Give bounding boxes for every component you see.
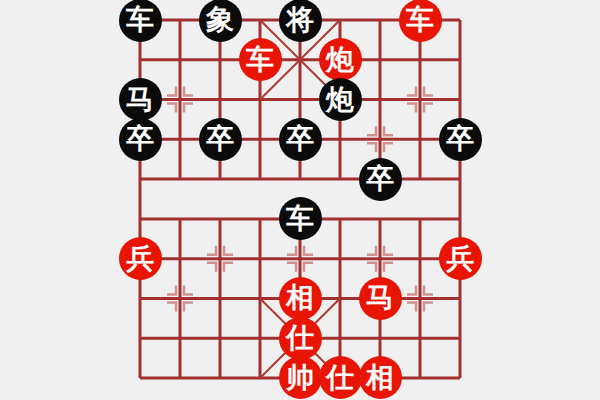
intersection-4-4[interactable] [280, 159, 320, 199]
intersection-1-7[interactable] [160, 278, 200, 318]
piece-black-horse[interactable]: 马 [119, 78, 162, 121]
piece-black-cannon[interactable]: 炮 [319, 78, 362, 121]
intersection-0-7[interactable] [120, 278, 160, 318]
intersection-5-8[interactable] [320, 318, 360, 358]
intersection-7-6[interactable] [400, 239, 440, 279]
intersection-3-9[interactable] [240, 358, 280, 398]
intersection-6-1[interactable] [360, 40, 400, 80]
piece-black-general[interactable]: 将 [279, 0, 322, 42]
intersection-7-5[interactable] [400, 199, 440, 239]
piece-red-soldier[interactable]: 兵 [119, 237, 162, 280]
intersection-8-0[interactable] [440, 0, 480, 40]
intersection-4-9[interactable]: 帅 [280, 358, 320, 398]
intersection-0-4[interactable] [120, 159, 160, 199]
piece-red-elephant[interactable]: 相 [359, 356, 402, 399]
intersection-2-9[interactable] [200, 358, 240, 398]
intersection-7-0[interactable]: 车 [400, 0, 440, 40]
intersection-8-1[interactable] [440, 40, 480, 80]
intersection-2-1[interactable] [200, 40, 240, 80]
intersection-8-5[interactable] [440, 199, 480, 239]
intersection-5-9[interactable]: 仕 [320, 358, 360, 398]
piece-red-soldier[interactable]: 兵 [439, 237, 482, 280]
intersection-0-3[interactable]: 卒 [120, 119, 160, 159]
piece-black-soldier[interactable]: 卒 [359, 158, 402, 201]
intersection-7-8[interactable] [400, 318, 440, 358]
piece-red-horse[interactable]: 马 [359, 277, 402, 320]
intersection-3-5[interactable] [240, 199, 280, 239]
intersection-3-2[interactable] [240, 80, 280, 120]
piece-red-chariot[interactable]: 车 [239, 38, 282, 81]
intersection-8-8[interactable] [440, 318, 480, 358]
intersection-2-6[interactable] [200, 239, 240, 279]
intersection-2-3[interactable]: 卒 [200, 119, 240, 159]
intersection-6-4[interactable]: 卒 [360, 159, 400, 199]
intersection-4-1[interactable] [280, 40, 320, 80]
intersection-1-5[interactable] [160, 199, 200, 239]
intersection-4-7[interactable]: 相 [280, 278, 320, 318]
piece-red-advisor[interactable]: 仕 [279, 317, 322, 360]
intersection-3-7[interactable] [240, 278, 280, 318]
intersection-3-1[interactable]: 车 [240, 40, 280, 80]
intersection-5-2[interactable]: 炮 [320, 80, 360, 120]
piece-red-elephant[interactable]: 相 [279, 277, 322, 320]
pieces-layer: 车象将车车炮马炮卒卒卒卒卒车兵兵相马仕帅仕相 [120, 0, 480, 398]
intersection-1-8[interactable] [160, 318, 200, 358]
intersection-2-5[interactable] [200, 199, 240, 239]
intersection-8-9[interactable] [440, 358, 480, 398]
intersection-7-7[interactable] [400, 278, 440, 318]
piece-black-soldier[interactable]: 卒 [439, 118, 482, 161]
piece-red-chariot[interactable]: 车 [399, 0, 442, 42]
intersection-1-4[interactable] [160, 159, 200, 199]
intersection-6-9[interactable]: 相 [360, 358, 400, 398]
intersection-3-6[interactable] [240, 239, 280, 279]
intersection-4-6[interactable] [280, 239, 320, 279]
intersection-8-3[interactable]: 卒 [440, 119, 480, 159]
piece-black-elephant[interactable]: 象 [199, 0, 242, 42]
intersection-7-3[interactable] [400, 119, 440, 159]
piece-black-soldier[interactable]: 卒 [279, 118, 322, 161]
intersection-8-7[interactable] [440, 278, 480, 318]
intersection-0-1[interactable] [120, 40, 160, 80]
intersection-0-2[interactable]: 马 [120, 80, 160, 120]
intersection-0-5[interactable] [120, 199, 160, 239]
intersection-4-8[interactable]: 仕 [280, 318, 320, 358]
xiangqi-board: 车象将车车炮马炮卒卒卒卒卒车兵兵相马仕帅仕相 [0, 0, 600, 400]
intersection-5-7[interactable] [320, 278, 360, 318]
intersection-1-2[interactable] [160, 80, 200, 120]
intersection-0-0[interactable]: 车 [120, 0, 160, 40]
piece-black-soldier[interactable]: 卒 [199, 118, 242, 161]
intersection-5-0[interactable] [320, 0, 360, 40]
piece-red-advisor[interactable]: 仕 [319, 356, 362, 399]
piece-red-general[interactable]: 帅 [279, 356, 322, 399]
intersection-4-3[interactable]: 卒 [280, 119, 320, 159]
intersection-6-7[interactable]: 马 [360, 278, 400, 318]
intersection-5-3[interactable] [320, 119, 360, 159]
intersection-2-4[interactable] [200, 159, 240, 199]
intersection-0-8[interactable] [120, 318, 160, 358]
intersection-7-1[interactable] [400, 40, 440, 80]
intersection-6-6[interactable] [360, 239, 400, 279]
intersection-0-9[interactable] [120, 358, 160, 398]
piece-red-cannon[interactable]: 炮 [319, 38, 362, 81]
intersection-6-8[interactable] [360, 318, 400, 358]
intersection-3-3[interactable] [240, 119, 280, 159]
intersection-5-6[interactable] [320, 239, 360, 279]
intersection-7-4[interactable] [400, 159, 440, 199]
intersection-5-5[interactable] [320, 199, 360, 239]
intersection-2-0[interactable]: 象 [200, 0, 240, 40]
intersection-3-0[interactable] [240, 0, 280, 40]
piece-black-soldier[interactable]: 卒 [119, 118, 162, 161]
intersection-1-9[interactable] [160, 358, 200, 398]
intersection-7-9[interactable] [400, 358, 440, 398]
intersection-3-4[interactable] [240, 159, 280, 199]
intersection-4-2[interactable] [280, 80, 320, 120]
intersection-8-4[interactable] [440, 159, 480, 199]
piece-black-chariot[interactable]: 车 [119, 0, 162, 42]
intersection-2-8[interactable] [200, 318, 240, 358]
intersection-1-3[interactable] [160, 119, 200, 159]
intersection-0-6[interactable]: 兵 [120, 239, 160, 279]
intersection-1-0[interactable] [160, 0, 200, 40]
intersection-6-3[interactable] [360, 119, 400, 159]
intersection-2-7[interactable] [200, 278, 240, 318]
intersection-6-2[interactable] [360, 80, 400, 120]
intersection-4-0[interactable]: 将 [280, 0, 320, 40]
intersection-1-6[interactable] [160, 239, 200, 279]
intersection-8-6[interactable]: 兵 [440, 239, 480, 279]
intersection-4-5[interactable]: 车 [280, 199, 320, 239]
intersection-7-2[interactable] [400, 80, 440, 120]
intersection-3-8[interactable] [240, 318, 280, 358]
intersection-5-4[interactable] [320, 159, 360, 199]
intersection-1-1[interactable] [160, 40, 200, 80]
intersection-8-2[interactable] [440, 80, 480, 120]
piece-black-chariot[interactable]: 车 [279, 197, 322, 240]
intersection-6-5[interactable] [360, 199, 400, 239]
intersection-6-0[interactable] [360, 0, 400, 40]
intersection-2-2[interactable] [200, 80, 240, 120]
intersection-5-1[interactable]: 炮 [320, 40, 360, 80]
